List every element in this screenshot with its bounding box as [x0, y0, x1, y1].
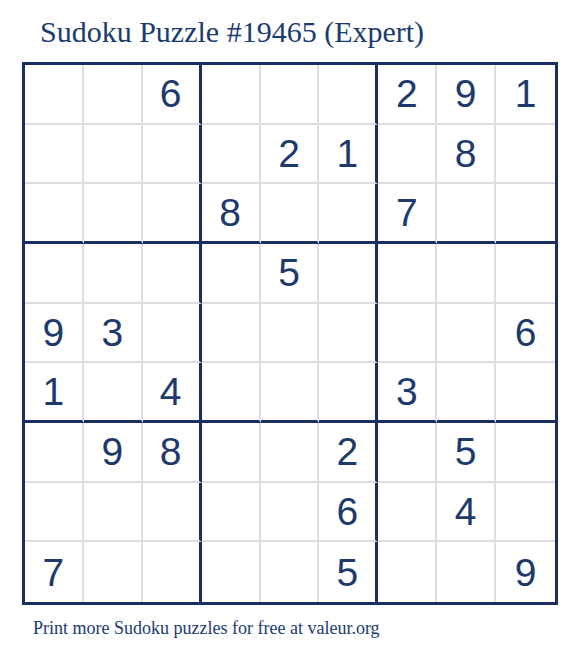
cell-r2c9 — [496, 125, 555, 185]
cell-r9c7 — [378, 542, 437, 602]
cell-r9c3 — [143, 542, 202, 602]
cell-r9c2 — [84, 542, 143, 602]
cell-r1c4 — [202, 65, 261, 125]
cell-r5c2: 3 — [84, 304, 143, 364]
cell-r1c2 — [84, 65, 143, 125]
cell-r8c7 — [378, 483, 437, 543]
cell-r6c6 — [319, 363, 378, 423]
cell-r4c1 — [25, 244, 84, 304]
cell-r8c2 — [84, 483, 143, 543]
cell-r7c3: 8 — [143, 423, 202, 483]
cell-r7c6: 2 — [319, 423, 378, 483]
cell-r2c8: 8 — [437, 125, 496, 185]
cell-r3c5 — [261, 184, 320, 244]
cell-r5c9: 6 — [496, 304, 555, 364]
cell-r7c8: 5 — [437, 423, 496, 483]
cell-r3c7: 7 — [378, 184, 437, 244]
cell-r8c5 — [261, 483, 320, 543]
cell-r3c2 — [84, 184, 143, 244]
cell-r5c7 — [378, 304, 437, 364]
cell-r5c6 — [319, 304, 378, 364]
cell-r8c9 — [496, 483, 555, 543]
cell-r9c8 — [437, 542, 496, 602]
cell-r2c1 — [25, 125, 84, 185]
cell-r7c2: 9 — [84, 423, 143, 483]
cell-r8c8: 4 — [437, 483, 496, 543]
cell-r7c7 — [378, 423, 437, 483]
page-title: Sudoku Puzzle #19465 (Expert) — [40, 15, 424, 49]
cell-r5c1: 9 — [25, 304, 84, 364]
cell-r4c4 — [202, 244, 261, 304]
cell-r4c6 — [319, 244, 378, 304]
cell-r1c5 — [261, 65, 320, 125]
cell-r1c3: 6 — [143, 65, 202, 125]
cell-r6c1: 1 — [25, 363, 84, 423]
cell-r6c8 — [437, 363, 496, 423]
cell-r4c2 — [84, 244, 143, 304]
footer-text: Print more Sudoku puzzles for free at va… — [33, 618, 380, 639]
cell-r7c9 — [496, 423, 555, 483]
cell-r4c8 — [437, 244, 496, 304]
cell-r9c1: 7 — [25, 542, 84, 602]
cell-r8c6: 6 — [319, 483, 378, 543]
cell-r5c3 — [143, 304, 202, 364]
sudoku-board: 6291218875936143982564759 — [22, 62, 558, 605]
cell-r3c3 — [143, 184, 202, 244]
cell-r4c9 — [496, 244, 555, 304]
cell-r5c4 — [202, 304, 261, 364]
cell-r1c6 — [319, 65, 378, 125]
cell-r3c4: 8 — [202, 184, 261, 244]
cell-r2c6: 1 — [319, 125, 378, 185]
cell-r4c7 — [378, 244, 437, 304]
cell-r9c5 — [261, 542, 320, 602]
cell-r3c9 — [496, 184, 555, 244]
cell-r4c5: 5 — [261, 244, 320, 304]
cell-r2c2 — [84, 125, 143, 185]
cell-r3c8 — [437, 184, 496, 244]
cell-r8c1 — [25, 483, 84, 543]
cell-r2c7 — [378, 125, 437, 185]
cell-r6c9 — [496, 363, 555, 423]
cell-r6c3: 4 — [143, 363, 202, 423]
cell-r5c5 — [261, 304, 320, 364]
cell-r1c7: 2 — [378, 65, 437, 125]
cell-r5c8 — [437, 304, 496, 364]
cell-r6c4 — [202, 363, 261, 423]
cell-r7c5 — [261, 423, 320, 483]
cell-r1c9: 1 — [496, 65, 555, 125]
cell-r6c2 — [84, 363, 143, 423]
cell-r6c7: 3 — [378, 363, 437, 423]
cell-r1c8: 9 — [437, 65, 496, 125]
cell-r2c3 — [143, 125, 202, 185]
cell-r9c9: 9 — [496, 542, 555, 602]
cell-r7c4 — [202, 423, 261, 483]
cell-r8c4 — [202, 483, 261, 543]
cell-r9c4 — [202, 542, 261, 602]
cell-r8c3 — [143, 483, 202, 543]
cell-r4c3 — [143, 244, 202, 304]
cell-r3c6 — [319, 184, 378, 244]
cell-r7c1 — [25, 423, 84, 483]
cell-r1c1 — [25, 65, 84, 125]
cell-r2c5: 2 — [261, 125, 320, 185]
sudoku-page: Sudoku Puzzle #19465 (Expert) 6291218875… — [0, 0, 580, 651]
cell-r3c1 — [25, 184, 84, 244]
cell-r9c6: 5 — [319, 542, 378, 602]
cell-r2c4 — [202, 125, 261, 185]
cell-r6c5 — [261, 363, 320, 423]
